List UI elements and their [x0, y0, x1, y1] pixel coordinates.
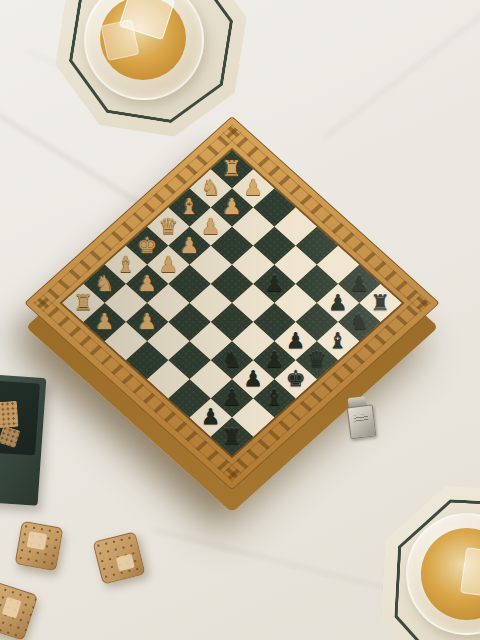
black-pawn-d7[interactable]: ♟: [286, 330, 306, 352]
black-rook-a8[interactable]: ♜: [371, 292, 391, 314]
die-inlay: [116, 554, 135, 571]
clasp-engraving-illegible: [354, 414, 369, 422]
white-pawn-a2[interactable]: ♟: [243, 177, 263, 199]
black-pawn-g7[interactable]: ♟: [222, 387, 242, 409]
black-bishop-c8[interactable]: ♝: [328, 330, 348, 352]
white-knight-g1[interactable]: ♞: [95, 273, 115, 295]
die-inlay: [27, 531, 48, 550]
white-bishop-f1[interactable]: ♝: [116, 254, 136, 276]
white-pawn-d2[interactable]: ♟: [180, 235, 200, 257]
white-knight-b1[interactable]: ♞: [201, 177, 221, 199]
black-knight-f6[interactable]: ♞: [222, 349, 242, 371]
white-pawn-e2[interactable]: ♟: [158, 254, 178, 276]
green-leather-box: [0, 374, 46, 506]
die-inlay: [2, 597, 22, 619]
white-pawn-c2[interactable]: ♟: [201, 216, 221, 238]
box-clasp-latch[interactable]: [345, 396, 376, 439]
white-rook-h1[interactable]: ♜: [74, 292, 94, 314]
black-pawn-a7[interactable]: ♟: [349, 273, 369, 295]
die-inside-box: [0, 401, 19, 428]
black-pawn-e7[interactable]: ♟: [265, 349, 285, 371]
wooden-puzzle-die: [92, 531, 145, 584]
black-king-e8[interactable]: ♚: [286, 368, 306, 390]
white-pawn-h2[interactable]: ♟: [95, 311, 115, 333]
white-pawn-g3[interactable]: ♟: [137, 311, 157, 333]
marble-vein: [153, 529, 406, 595]
black-knight-b8[interactable]: ♞: [349, 311, 369, 333]
wooden-puzzle-die: [0, 581, 38, 640]
black-pawn-b7[interactable]: ♟: [328, 292, 348, 314]
wooden-puzzle-die: [14, 521, 63, 572]
black-queen-d8[interactable]: ♛: [307, 349, 327, 371]
clasp-plate: [347, 404, 377, 439]
black-pawn-f7[interactable]: ♟: [243, 368, 263, 390]
black-pawn-c5[interactable]: ♟: [265, 273, 285, 295]
black-pawn-h7[interactable]: ♟: [201, 407, 221, 429]
white-pawn-f2[interactable]: ♟: [137, 273, 157, 295]
white-king-e1[interactable]: ♚: [137, 235, 157, 257]
black-bishop-f8[interactable]: ♝: [265, 387, 285, 409]
white-rook-a1[interactable]: ♜: [222, 158, 242, 180]
white-queen-d1[interactable]: ♛: [158, 216, 178, 238]
marble-vein: [323, 2, 480, 139]
white-pawn-b2[interactable]: ♟: [222, 197, 242, 219]
black-rook-h8[interactable]: ♜: [222, 426, 242, 448]
white-bishop-c1[interactable]: ♝: [180, 197, 200, 219]
